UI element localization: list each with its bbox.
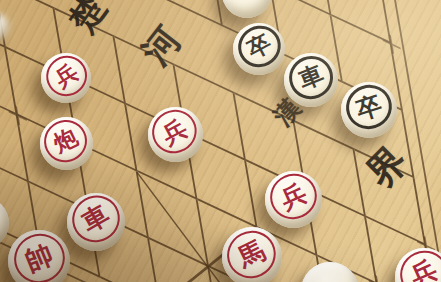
piece-red-horse[interactable]: 馬 [222, 227, 282, 282]
piece-glyph-卒: 卒 [353, 92, 385, 124]
piece-glyph-兵: 兵 [276, 180, 309, 213]
piece-red-chariot[interactable]: 車 [67, 193, 125, 251]
piece-red-soldier-3[interactable]: 兵 [265, 171, 322, 228]
piece-glyph-車: 車 [295, 62, 326, 93]
xiangqi-scene: 楚河漢界 卒兵車卒兵炮兵車馬帥兵 [0, 0, 441, 282]
piece-red-soldier-1[interactable]: 兵 [41, 53, 91, 103]
piece-red-cannon[interactable]: 炮 [40, 117, 93, 170]
piece-glyph-卒: 卒 [243, 31, 274, 62]
piece-glyph-炮: 炮 [51, 125, 82, 156]
piece-glyph-兵: 兵 [407, 257, 441, 282]
piece-glyph-車: 車 [78, 202, 114, 238]
piece-glyph-兵: 兵 [159, 115, 191, 147]
piece-glyph-馬: 馬 [235, 237, 270, 272]
piece-black-soldier-2[interactable]: 卒 [341, 82, 397, 138]
piece-glyph-帥: 帥 [21, 241, 56, 276]
piece-glyph-兵: 兵 [51, 61, 81, 91]
piece-black-chariot[interactable]: 車 [284, 53, 338, 107]
piece-black-soldier-1[interactable]: 卒 [233, 23, 285, 75]
piece-red-soldier-2[interactable]: 兵 [148, 107, 203, 162]
